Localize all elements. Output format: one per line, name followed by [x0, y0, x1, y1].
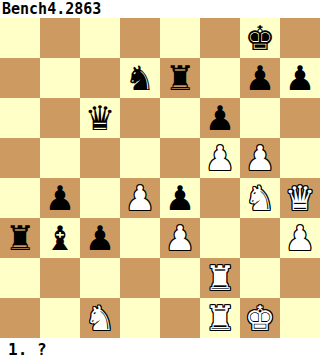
piece-white-pawn[interactable]: ♟ — [125, 178, 155, 218]
square-a5[interactable] — [0, 138, 40, 178]
square-f3[interactable] — [200, 218, 240, 258]
square-h8[interactable] — [280, 18, 320, 58]
piece-black-king[interactable]: ♚ — [245, 18, 275, 58]
square-b7[interactable] — [40, 58, 80, 98]
square-d2[interactable] — [120, 258, 160, 298]
piece-black-queen[interactable]: ♛ — [85, 98, 115, 138]
piece-white-pawn[interactable]: ♟ — [205, 138, 235, 178]
square-d7[interactable]: ♞ — [120, 58, 160, 98]
piece-white-rook[interactable]: ♜ — [205, 258, 235, 298]
piece-black-pawn[interactable]: ♟ — [285, 58, 315, 98]
square-f2[interactable]: ♜ — [200, 258, 240, 298]
piece-black-rook[interactable]: ♜ — [5, 218, 35, 258]
square-h6[interactable] — [280, 98, 320, 138]
square-b6[interactable] — [40, 98, 80, 138]
square-d4[interactable]: ♟ — [120, 178, 160, 218]
square-d1[interactable] — [120, 298, 160, 338]
square-a6[interactable] — [0, 98, 40, 138]
square-g7[interactable]: ♟ — [240, 58, 280, 98]
piece-white-knight[interactable]: ♞ — [85, 298, 115, 338]
square-b8[interactable] — [40, 18, 80, 58]
square-e2[interactable] — [160, 258, 200, 298]
square-h1[interactable] — [280, 298, 320, 338]
square-b4[interactable]: ♟ — [40, 178, 80, 218]
square-c7[interactable] — [80, 58, 120, 98]
square-b5[interactable] — [40, 138, 80, 178]
square-d5[interactable] — [120, 138, 160, 178]
square-a8[interactable] — [0, 18, 40, 58]
square-c8[interactable] — [80, 18, 120, 58]
square-h5[interactable] — [280, 138, 320, 178]
square-e4[interactable]: ♟ — [160, 178, 200, 218]
square-b3[interactable]: ♝ — [40, 218, 80, 258]
square-f8[interactable] — [200, 18, 240, 58]
square-e6[interactable] — [160, 98, 200, 138]
square-f6[interactable]: ♟ — [200, 98, 240, 138]
square-h7[interactable]: ♟ — [280, 58, 320, 98]
square-c3[interactable]: ♟ — [80, 218, 120, 258]
square-g1[interactable]: ♚ — [240, 298, 280, 338]
square-g4[interactable]: ♞ — [240, 178, 280, 218]
piece-black-pawn[interactable]: ♟ — [45, 178, 75, 218]
square-h4[interactable]: ♛ — [280, 178, 320, 218]
piece-black-pawn[interactable]: ♟ — [165, 178, 195, 218]
piece-white-rook[interactable]: ♜ — [205, 298, 235, 338]
piece-white-knight[interactable]: ♞ — [245, 178, 275, 218]
square-e8[interactable] — [160, 18, 200, 58]
square-a3[interactable]: ♜ — [0, 218, 40, 258]
square-e1[interactable] — [160, 298, 200, 338]
square-c2[interactable] — [80, 258, 120, 298]
puzzle-title: Bench4.2863 — [0, 0, 320, 18]
piece-black-pawn[interactable]: ♟ — [205, 98, 235, 138]
piece-black-knight[interactable]: ♞ — [125, 58, 155, 98]
square-g3[interactable] — [240, 218, 280, 258]
move-prompt: 1. ? — [0, 338, 320, 360]
square-g8[interactable]: ♚ — [240, 18, 280, 58]
square-f1[interactable]: ♜ — [200, 298, 240, 338]
square-g6[interactable] — [240, 98, 280, 138]
piece-black-rook[interactable]: ♜ — [165, 58, 195, 98]
piece-black-bishop[interactable]: ♝ — [45, 218, 75, 258]
square-h3[interactable]: ♟ — [280, 218, 320, 258]
piece-white-pawn[interactable]: ♟ — [285, 218, 315, 258]
piece-white-pawn[interactable]: ♟ — [245, 138, 275, 178]
square-f7[interactable] — [200, 58, 240, 98]
piece-black-pawn[interactable]: ♟ — [85, 218, 115, 258]
square-c4[interactable] — [80, 178, 120, 218]
square-g5[interactable]: ♟ — [240, 138, 280, 178]
square-a7[interactable] — [0, 58, 40, 98]
square-c6[interactable]: ♛ — [80, 98, 120, 138]
square-f5[interactable]: ♟ — [200, 138, 240, 178]
square-d8[interactable] — [120, 18, 160, 58]
square-h2[interactable] — [280, 258, 320, 298]
square-d6[interactable] — [120, 98, 160, 138]
square-a4[interactable] — [0, 178, 40, 218]
square-g2[interactable] — [240, 258, 280, 298]
square-d3[interactable] — [120, 218, 160, 258]
chess-board: ♚♞♜♟♟♛♟♟♟♟♟♟♞♛♜♝♟♟♟♜♞♜♚ — [0, 18, 320, 338]
square-c1[interactable]: ♞ — [80, 298, 120, 338]
square-a2[interactable] — [0, 258, 40, 298]
piece-black-pawn[interactable]: ♟ — [245, 58, 275, 98]
square-b1[interactable] — [40, 298, 80, 338]
square-f4[interactable] — [200, 178, 240, 218]
square-c5[interactable] — [80, 138, 120, 178]
square-a1[interactable] — [0, 298, 40, 338]
piece-white-king[interactable]: ♚ — [245, 298, 275, 338]
square-e3[interactable]: ♟ — [160, 218, 200, 258]
piece-white-queen[interactable]: ♛ — [285, 178, 315, 218]
square-b2[interactable] — [40, 258, 80, 298]
square-e7[interactable]: ♜ — [160, 58, 200, 98]
square-e5[interactable] — [160, 138, 200, 178]
piece-white-pawn[interactable]: ♟ — [165, 218, 195, 258]
